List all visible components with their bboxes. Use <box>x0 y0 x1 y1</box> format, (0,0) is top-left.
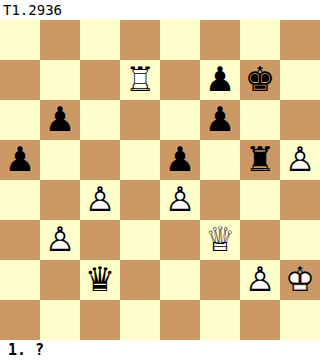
square-f4[interactable] <box>200 180 240 220</box>
square-e6[interactable] <box>160 100 200 140</box>
black-king-glyph: ♚ <box>240 60 280 100</box>
square-f7[interactable]: ♟ <box>200 60 240 100</box>
square-h5[interactable]: ♟♙ <box>280 140 320 180</box>
white-pawn-outline: ♙ <box>40 220 80 260</box>
black-pawn[interactable]: ♟ <box>40 100 80 140</box>
black-pawn-glyph: ♟ <box>160 140 200 180</box>
square-h4[interactable] <box>280 180 320 220</box>
square-b1[interactable] <box>40 300 80 340</box>
white-pawn[interactable]: ♟♙ <box>240 260 280 300</box>
white-rook-outline: ♖ <box>120 60 160 100</box>
black-pawn-glyph: ♟ <box>200 100 240 140</box>
square-b7[interactable] <box>40 60 80 100</box>
square-a2[interactable] <box>0 260 40 300</box>
white-pawn-outline: ♙ <box>240 260 280 300</box>
chess-board[interactable]: ♜♖♟♚♟♟♟♟♜♟♙♟♙♟♙♟♙♛♕♛♟♙♚♔ <box>0 20 320 340</box>
square-g4[interactable] <box>240 180 280 220</box>
square-d2[interactable] <box>120 260 160 300</box>
square-g6[interactable] <box>240 100 280 140</box>
black-rook-glyph: ♜ <box>240 140 280 180</box>
square-f1[interactable] <box>200 300 240 340</box>
square-b3[interactable]: ♟♙ <box>40 220 80 260</box>
square-h3[interactable] <box>280 220 320 260</box>
square-f8[interactable] <box>200 20 240 60</box>
square-a7[interactable] <box>0 60 40 100</box>
square-e3[interactable] <box>160 220 200 260</box>
square-c7[interactable] <box>80 60 120 100</box>
square-e7[interactable] <box>160 60 200 100</box>
square-f5[interactable] <box>200 140 240 180</box>
square-g7[interactable]: ♚ <box>240 60 280 100</box>
white-pawn-outline: ♙ <box>160 180 200 220</box>
square-e1[interactable] <box>160 300 200 340</box>
square-a1[interactable] <box>0 300 40 340</box>
square-b8[interactable] <box>40 20 80 60</box>
square-f3[interactable]: ♛♕ <box>200 220 240 260</box>
white-pawn-outline: ♙ <box>280 140 320 180</box>
square-c8[interactable] <box>80 20 120 60</box>
black-queen[interactable]: ♛ <box>80 260 120 300</box>
black-pawn-glyph: ♟ <box>0 140 40 180</box>
square-d5[interactable] <box>120 140 160 180</box>
square-a5[interactable]: ♟ <box>0 140 40 180</box>
black-king[interactable]: ♚ <box>240 60 280 100</box>
square-h1[interactable] <box>280 300 320 340</box>
white-pawn-outline: ♙ <box>80 180 120 220</box>
square-f6[interactable]: ♟ <box>200 100 240 140</box>
square-c1[interactable] <box>80 300 120 340</box>
square-c5[interactable] <box>80 140 120 180</box>
square-b6[interactable]: ♟ <box>40 100 80 140</box>
square-a8[interactable] <box>0 20 40 60</box>
square-c2[interactable]: ♛ <box>80 260 120 300</box>
square-d3[interactable] <box>120 220 160 260</box>
square-c6[interactable] <box>80 100 120 140</box>
square-d1[interactable] <box>120 300 160 340</box>
square-g8[interactable] <box>240 20 280 60</box>
white-king[interactable]: ♚♔ <box>280 260 320 300</box>
square-g3[interactable] <box>240 220 280 260</box>
black-pawn[interactable]: ♟ <box>0 140 40 180</box>
square-a4[interactable] <box>0 180 40 220</box>
black-queen-glyph: ♛ <box>80 260 120 300</box>
square-e8[interactable] <box>160 20 200 60</box>
square-c4[interactable]: ♟♙ <box>80 180 120 220</box>
black-pawn-glyph: ♟ <box>200 60 240 100</box>
black-pawn[interactable]: ♟ <box>200 60 240 100</box>
square-e5[interactable]: ♟ <box>160 140 200 180</box>
header: T1.2936 <box>0 0 320 20</box>
square-b2[interactable] <box>40 260 80 300</box>
square-h2[interactable]: ♚♔ <box>280 260 320 300</box>
square-h7[interactable] <box>280 60 320 100</box>
square-e2[interactable] <box>160 260 200 300</box>
black-pawn-glyph: ♟ <box>40 100 80 140</box>
square-h6[interactable] <box>280 100 320 140</box>
square-h8[interactable] <box>280 20 320 60</box>
white-queen-outline: ♕ <box>200 220 240 260</box>
white-queen[interactable]: ♛♕ <box>200 220 240 260</box>
square-d6[interactable] <box>120 100 160 140</box>
white-pawn[interactable]: ♟♙ <box>40 220 80 260</box>
black-pawn[interactable]: ♟ <box>160 140 200 180</box>
white-pawn[interactable]: ♟♙ <box>280 140 320 180</box>
puzzle-id: T1.2936 <box>3 0 62 20</box>
square-a6[interactable] <box>0 100 40 140</box>
white-pawn[interactable]: ♟♙ <box>80 180 120 220</box>
square-c3[interactable] <box>80 220 120 260</box>
square-d8[interactable] <box>120 20 160 60</box>
square-d4[interactable] <box>120 180 160 220</box>
white-rook[interactable]: ♜♖ <box>120 60 160 100</box>
square-g5[interactable]: ♜ <box>240 140 280 180</box>
black-pawn[interactable]: ♟ <box>200 100 240 140</box>
square-g1[interactable] <box>240 300 280 340</box>
chess-puzzle-window: T1.2936 ♜♖♟♚♟♟♟♟♜♟♙♟♙♟♙♟♙♛♕♛♟♙♚♔ 1. ? <box>0 0 320 360</box>
square-f2[interactable] <box>200 260 240 300</box>
square-b4[interactable] <box>40 180 80 220</box>
square-d7[interactable]: ♜♖ <box>120 60 160 100</box>
square-e4[interactable]: ♟♙ <box>160 180 200 220</box>
square-a3[interactable] <box>0 220 40 260</box>
square-b5[interactable] <box>40 140 80 180</box>
white-pawn[interactable]: ♟♙ <box>160 180 200 220</box>
move-prompt: 1. ? <box>8 340 44 360</box>
footer: 1. ? <box>0 340 320 360</box>
white-king-outline: ♔ <box>280 260 320 300</box>
black-rook[interactable]: ♜ <box>240 140 280 180</box>
square-g2[interactable]: ♟♙ <box>240 260 280 300</box>
